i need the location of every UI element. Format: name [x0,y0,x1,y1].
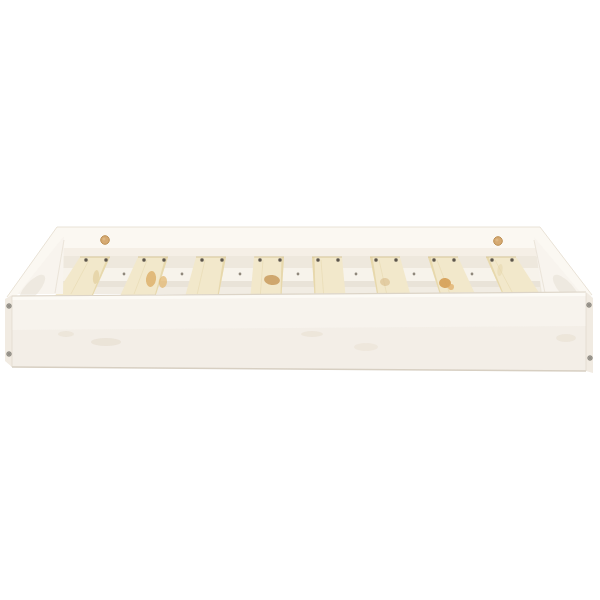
front-grain-mark [301,331,323,337]
product-image-canvas [0,0,600,600]
slat-screw [316,258,319,261]
slat-screw [374,258,377,261]
side-screw-center [588,304,590,306]
front-rail-lower-shade [12,326,586,371]
side-screw-center [8,353,10,355]
front-grain-mark [58,331,74,337]
bed-frame-illustration [0,0,600,600]
slat-screw [142,258,145,261]
dowel-plug-highlight [102,237,105,240]
slat-screw [278,258,281,261]
front-grain-mark [91,338,121,346]
front-grain-mark [354,343,378,351]
support-rail-screw [239,273,242,276]
slat-screw [394,258,397,261]
slat-screw [104,258,107,261]
side-screw-center [589,357,591,359]
support-rail-screw [181,273,184,276]
dowel-plug-highlight [495,238,498,241]
slat-screw [220,258,223,261]
slat-screw [510,258,513,261]
slat-screw [200,258,203,261]
support-rail-screw [297,273,300,276]
support-rail-screw [123,273,126,276]
slat-screw [336,258,339,261]
slat-screw [490,258,493,261]
support-rail-screw [413,273,416,276]
side-screw-center [8,305,10,307]
slat-screw [84,258,87,261]
slat-5 [312,257,346,296]
slat-screw [452,258,455,261]
slat-screw [162,258,165,261]
support-rail-screw [355,273,358,276]
support-rail-screw [471,273,474,276]
slat-face [312,257,346,296]
front-rail [12,292,586,371]
slat-screw [432,258,435,261]
slat-screw [258,258,261,261]
front-grain-mark [556,334,576,342]
